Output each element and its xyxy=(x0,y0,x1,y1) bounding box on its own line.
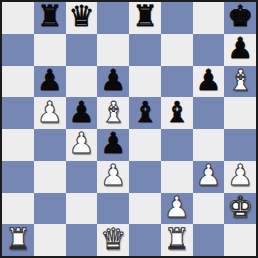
square-h7[interactable]: ♟ xyxy=(224,34,256,66)
square-f5[interactable]: ♝ xyxy=(161,97,193,129)
square-f8[interactable] xyxy=(161,2,193,34)
square-f3[interactable] xyxy=(161,161,193,193)
square-g3[interactable]: ♟ xyxy=(193,161,225,193)
square-c6[interactable] xyxy=(66,66,98,98)
square-a1[interactable]: ♜ xyxy=(2,224,34,256)
white-king[interactable]: ♚ xyxy=(227,193,253,222)
square-b8[interactable]: ♜ xyxy=(34,2,66,34)
square-h5[interactable] xyxy=(224,97,256,129)
black-pawn[interactable]: ♟ xyxy=(227,34,253,63)
white-bishop[interactable]: ♝ xyxy=(227,66,253,95)
square-d2[interactable] xyxy=(97,193,129,225)
white-pawn[interactable]: ♟ xyxy=(164,193,190,222)
square-c4[interactable]: ♟ xyxy=(66,129,98,161)
square-b3[interactable] xyxy=(34,161,66,193)
square-a5[interactable] xyxy=(2,97,34,129)
square-g8[interactable] xyxy=(193,2,225,34)
black-pawn[interactable]: ♟ xyxy=(100,129,126,158)
square-g1[interactable] xyxy=(193,224,225,256)
square-f2[interactable]: ♟ xyxy=(161,193,193,225)
square-e4[interactable] xyxy=(129,129,161,161)
chess-board-frame: ♜♛♜♚♟♟♟♟♝♟♟♝♝♝♟♟♟♟♟♟♚♜♛♜ xyxy=(0,0,258,258)
square-b4[interactable] xyxy=(34,129,66,161)
square-c5[interactable]: ♟ xyxy=(66,97,98,129)
square-e2[interactable] xyxy=(129,193,161,225)
square-a7[interactable] xyxy=(2,34,34,66)
white-pawn[interactable]: ♟ xyxy=(100,161,126,190)
square-e5[interactable]: ♝ xyxy=(129,97,161,129)
black-pawn[interactable]: ♟ xyxy=(195,66,221,95)
square-e7[interactable] xyxy=(129,34,161,66)
white-queen[interactable]: ♛ xyxy=(100,225,126,254)
white-pawn[interactable]: ♟ xyxy=(37,98,63,127)
square-g7[interactable] xyxy=(193,34,225,66)
square-c3[interactable] xyxy=(66,161,98,193)
black-bishop[interactable]: ♝ xyxy=(164,98,190,127)
square-a3[interactable] xyxy=(2,161,34,193)
white-rook[interactable]: ♜ xyxy=(5,225,31,254)
square-b1[interactable] xyxy=(34,224,66,256)
chess-board: ♜♛♜♚♟♟♟♟♝♟♟♝♝♝♟♟♟♟♟♟♚♜♛♜ xyxy=(2,2,256,256)
square-a8[interactable] xyxy=(2,2,34,34)
square-h1[interactable] xyxy=(224,224,256,256)
square-g6[interactable]: ♟ xyxy=(193,66,225,98)
square-f7[interactable] xyxy=(161,34,193,66)
square-d5[interactable]: ♝ xyxy=(97,97,129,129)
square-a4[interactable] xyxy=(2,129,34,161)
square-a6[interactable] xyxy=(2,66,34,98)
square-g5[interactable] xyxy=(193,97,225,129)
square-c7[interactable] xyxy=(66,34,98,66)
square-h4[interactable] xyxy=(224,129,256,161)
square-d1[interactable]: ♛ xyxy=(97,224,129,256)
square-a2[interactable] xyxy=(2,193,34,225)
white-pawn[interactable]: ♟ xyxy=(195,161,221,190)
square-e1[interactable] xyxy=(129,224,161,256)
square-e8[interactable]: ♜ xyxy=(129,2,161,34)
square-b7[interactable] xyxy=(34,34,66,66)
black-bishop[interactable]: ♝ xyxy=(132,98,158,127)
square-h3[interactable]: ♟ xyxy=(224,161,256,193)
square-c8[interactable]: ♛ xyxy=(66,2,98,34)
white-bishop[interactable]: ♝ xyxy=(100,98,126,127)
white-pawn[interactable]: ♟ xyxy=(227,161,253,190)
square-d3[interactable]: ♟ xyxy=(97,161,129,193)
square-h8[interactable]: ♚ xyxy=(224,2,256,34)
square-g4[interactable] xyxy=(193,129,225,161)
square-f4[interactable] xyxy=(161,129,193,161)
black-king[interactable]: ♚ xyxy=(227,2,253,31)
square-d4[interactable]: ♟ xyxy=(97,129,129,161)
square-b6[interactable]: ♟ xyxy=(34,66,66,98)
square-b5[interactable]: ♟ xyxy=(34,97,66,129)
square-h6[interactable]: ♝ xyxy=(224,66,256,98)
square-f6[interactable] xyxy=(161,66,193,98)
square-f1[interactable]: ♜ xyxy=(161,224,193,256)
square-b2[interactable] xyxy=(34,193,66,225)
black-rook[interactable]: ♜ xyxy=(37,2,63,31)
square-d7[interactable] xyxy=(97,34,129,66)
square-d8[interactable] xyxy=(97,2,129,34)
white-rook[interactable]: ♜ xyxy=(164,225,190,254)
square-e6[interactable] xyxy=(129,66,161,98)
square-g2[interactable] xyxy=(193,193,225,225)
black-pawn[interactable]: ♟ xyxy=(68,98,94,127)
black-pawn[interactable]: ♟ xyxy=(37,66,63,95)
square-d6[interactable]: ♟ xyxy=(97,66,129,98)
square-e3[interactable] xyxy=(129,161,161,193)
black-pawn[interactable]: ♟ xyxy=(100,66,126,95)
white-pawn[interactable]: ♟ xyxy=(68,129,94,158)
square-c1[interactable] xyxy=(66,224,98,256)
square-c2[interactable] xyxy=(66,193,98,225)
black-rook[interactable]: ♜ xyxy=(132,2,158,31)
square-h2[interactable]: ♚ xyxy=(224,193,256,225)
black-queen[interactable]: ♛ xyxy=(68,2,94,31)
